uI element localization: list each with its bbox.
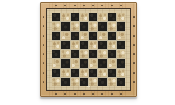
- square-c7[interactable]: [71, 22, 79, 30]
- square-e8[interactable]: [89, 13, 97, 21]
- square-e3[interactable]: [89, 59, 97, 67]
- coordinate-tick-top: [92, 5, 94, 7]
- coordinate-tick-bottom: [101, 93, 103, 95]
- coordinate-tick-bottom: [74, 93, 76, 95]
- square-c3[interactable]: [71, 59, 79, 67]
- coordinate-tick-left: [43, 53, 45, 55]
- square-c1[interactable]: [71, 78, 79, 86]
- coordinate-tick-top: [64, 5, 66, 7]
- square-b8[interactable]: [61, 13, 69, 21]
- square-c6[interactable]: [71, 32, 79, 40]
- square-f4[interactable]: [98, 50, 106, 58]
- coordinate-tick-bottom: [83, 93, 85, 95]
- coordinate-tick-bottom: [111, 93, 113, 95]
- square-d8[interactable]: [80, 13, 88, 21]
- square-d4[interactable]: [80, 50, 88, 58]
- square-b6[interactable]: [61, 32, 69, 40]
- coordinate-tick-top: [120, 5, 122, 7]
- square-d7[interactable]: [80, 22, 88, 30]
- square-h6[interactable]: [117, 32, 125, 40]
- coordinate-tick-bottom: [55, 93, 57, 95]
- square-a3[interactable]: [52, 59, 60, 67]
- square-d1[interactable]: [80, 78, 88, 86]
- square-a6[interactable]: [52, 32, 60, 40]
- coordinate-tick-left: [43, 72, 45, 74]
- stone-margin: [46, 8, 131, 91]
- square-a8[interactable]: [52, 13, 60, 21]
- square-g1[interactable]: [108, 78, 116, 86]
- square-b5[interactable]: [61, 41, 69, 49]
- square-e2[interactable]: [89, 69, 97, 77]
- square-a7[interactable]: [52, 22, 60, 30]
- square-b1[interactable]: [61, 78, 69, 86]
- square-b7[interactable]: [61, 22, 69, 30]
- square-d6[interactable]: [80, 32, 88, 40]
- square-g4[interactable]: [108, 50, 116, 58]
- square-d2[interactable]: [80, 69, 88, 77]
- square-g2[interactable]: [108, 69, 116, 77]
- coordinate-tick-top: [74, 5, 76, 7]
- square-a4[interactable]: [52, 50, 60, 58]
- coordinate-tick-top: [83, 5, 85, 7]
- square-g5[interactable]: [108, 41, 116, 49]
- square-e1[interactable]: [89, 78, 97, 86]
- coordinate-tick-top: [111, 5, 113, 7]
- square-c5[interactable]: [71, 41, 79, 49]
- square-e4[interactable]: [89, 50, 97, 58]
- chessboard-frame: [40, 2, 137, 97]
- square-d5[interactable]: [80, 41, 88, 49]
- chessboard-grid: [52, 13, 125, 86]
- square-f7[interactable]: [98, 22, 106, 30]
- square-f1[interactable]: [98, 78, 106, 86]
- coordinate-tick-bottom: [92, 93, 94, 95]
- square-a5[interactable]: [52, 41, 60, 49]
- square-h5[interactable]: [117, 41, 125, 49]
- square-b2[interactable]: [61, 69, 69, 77]
- square-b4[interactable]: [61, 50, 69, 58]
- square-h3[interactable]: [117, 59, 125, 67]
- square-h2[interactable]: [117, 69, 125, 77]
- square-e5[interactable]: [89, 41, 97, 49]
- square-h7[interactable]: [117, 22, 125, 30]
- square-g8[interactable]: [108, 13, 116, 21]
- square-b3[interactable]: [61, 59, 69, 67]
- coordinate-tick-right: [133, 25, 135, 27]
- square-h8[interactable]: [117, 13, 125, 21]
- coordinate-tick-left: [43, 44, 45, 46]
- coordinate-tick-left: [43, 35, 45, 37]
- square-f5[interactable]: [98, 41, 106, 49]
- coordinate-tick-top: [55, 5, 57, 7]
- coordinate-tick-right: [133, 62, 135, 64]
- square-c8[interactable]: [71, 13, 79, 21]
- square-h4[interactable]: [117, 50, 125, 58]
- square-a1[interactable]: [52, 78, 60, 86]
- coordinate-tick-right: [133, 81, 135, 83]
- coordinate-tick-right: [133, 72, 135, 74]
- coordinate-tick-left: [43, 16, 45, 18]
- coordinate-tick-bottom: [64, 93, 66, 95]
- square-g7[interactable]: [108, 22, 116, 30]
- square-c2[interactable]: [71, 69, 79, 77]
- photo-background: [0, 0, 175, 105]
- square-c4[interactable]: [71, 50, 79, 58]
- coordinate-tick-right: [133, 44, 135, 46]
- coordinate-tick-right: [133, 16, 135, 18]
- square-e7[interactable]: [89, 22, 97, 30]
- coordinate-tick-right: [133, 35, 135, 37]
- square-f8[interactable]: [98, 13, 106, 21]
- square-f6[interactable]: [98, 32, 106, 40]
- coordinate-tick-left: [43, 25, 45, 27]
- square-h1[interactable]: [117, 78, 125, 86]
- square-f3[interactable]: [98, 59, 106, 67]
- square-f2[interactable]: [98, 69, 106, 77]
- square-e6[interactable]: [89, 32, 97, 40]
- square-g3[interactable]: [108, 59, 116, 67]
- square-a2[interactable]: [52, 69, 60, 77]
- coordinate-tick-bottom: [120, 93, 122, 95]
- coordinate-tick-top: [101, 5, 103, 7]
- square-g6[interactable]: [108, 32, 116, 40]
- coordinate-tick-right: [133, 53, 135, 55]
- coordinate-tick-left: [43, 81, 45, 83]
- square-d3[interactable]: [80, 59, 88, 67]
- coordinate-tick-left: [43, 62, 45, 64]
